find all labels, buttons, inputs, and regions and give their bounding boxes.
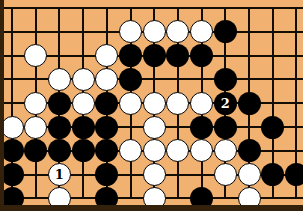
go-stone-white (72, 68, 95, 91)
go-stone-white (24, 44, 47, 67)
go-stone-white (143, 163, 166, 186)
go-stone-black (119, 44, 142, 67)
go-stone-black (24, 139, 47, 162)
go-stone-black (261, 116, 284, 139)
go-stone-black (48, 139, 71, 162)
go-stone-black (190, 44, 213, 67)
go-stone-white (119, 92, 142, 115)
go-stone-white (95, 68, 118, 91)
go-stone-black (214, 20, 237, 43)
go-stone-white (143, 116, 166, 139)
go-stone-white (119, 20, 142, 43)
go-stone-white (48, 68, 71, 91)
go-stone-white (119, 139, 142, 162)
go-stone-black (238, 92, 261, 115)
go-stone-white (214, 139, 237, 162)
go-stone-white (214, 163, 237, 186)
go-stone-white (95, 44, 118, 67)
go-stone-black (166, 44, 189, 67)
board-bottom-border (0, 205, 303, 211)
go-stone-white (166, 92, 189, 115)
go-stone-black (48, 92, 71, 115)
go-stone-white (24, 92, 47, 115)
go-stone-black (95, 116, 118, 139)
board-left-border (0, 0, 4, 211)
go-stone-white (190, 139, 213, 162)
go-stone-black (285, 163, 303, 186)
go-stone-white (24, 116, 47, 139)
go-stone-black (72, 116, 95, 139)
go-board: 21 (0, 0, 303, 211)
go-stone-white (72, 92, 95, 115)
go-stone-black (48, 116, 71, 139)
go-stone-black (261, 163, 284, 186)
go-stone-white: 1 (48, 163, 71, 186)
go-stone-black (72, 139, 95, 162)
go-stone-white (190, 92, 213, 115)
go-stone-white (143, 20, 166, 43)
go-stone-black (95, 139, 118, 162)
go-stone-black (143, 44, 166, 67)
move-number-label: 1 (55, 168, 64, 181)
go-stone-black (190, 116, 213, 139)
go-stone-white (143, 92, 166, 115)
go-stone-black (214, 116, 237, 139)
go-stone-black (95, 163, 118, 186)
go-stone-black (238, 139, 261, 162)
go-stone-black (214, 68, 237, 91)
go-stone-black (119, 68, 142, 91)
go-stone-white (166, 139, 189, 162)
go-stone-white (190, 20, 213, 43)
move-number-label: 2 (221, 97, 230, 110)
go-stone-black (95, 92, 118, 115)
go-stone-white (143, 139, 166, 162)
go-stone-white (238, 163, 261, 186)
go-stone-black: 2 (214, 92, 237, 115)
go-stone-white (166, 20, 189, 43)
